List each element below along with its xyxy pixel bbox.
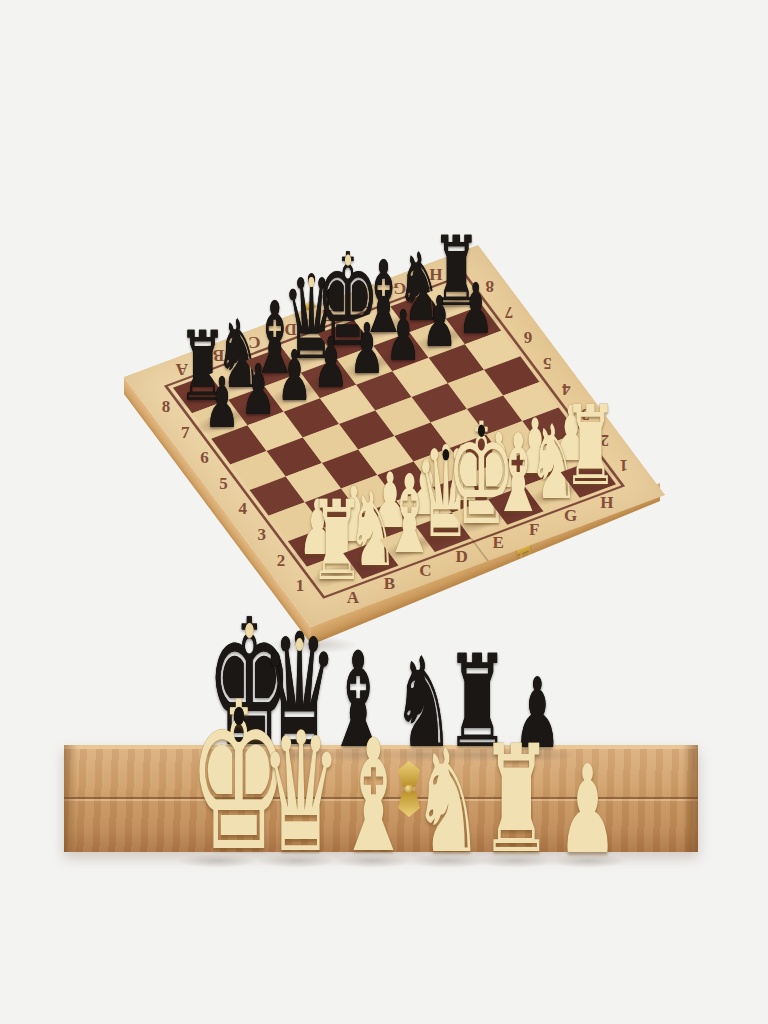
box-right-end: [682, 745, 698, 852]
box-left-end: [64, 745, 78, 852]
piece-white-rook[interactable]: ♜: [510, 402, 670, 490]
square-h1[interactable]: ♜: [561, 459, 616, 498]
tray-white-pawn[interactable]: ♟: [518, 763, 658, 858]
piece-black-pawn[interactable]: ♟: [395, 281, 555, 337]
product-photo-stage: ABCDEFGH ABCDEFGH 87654321 87654321 ♜♞♝♛…: [0, 0, 768, 1024]
piece-reflection: [548, 854, 628, 868]
chess-board: ABCDEFGH ABCDEFGH 87654321 87654321 ♜♞♝♛…: [124, 245, 665, 627]
